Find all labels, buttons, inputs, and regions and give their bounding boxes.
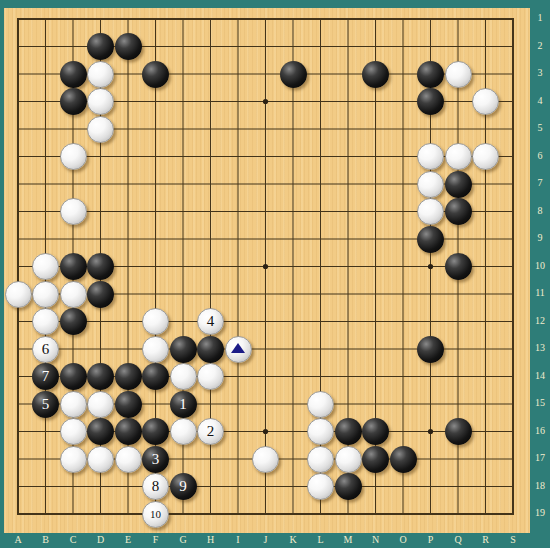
intersection[interactable] (279, 60, 307, 88)
intersection[interactable]: 5 (32, 390, 60, 418)
intersection[interactable] (499, 5, 527, 33)
intersection[interactable] (417, 5, 445, 33)
intersection[interactable] (87, 225, 115, 253)
intersection[interactable] (472, 253, 500, 281)
intersection[interactable] (362, 225, 390, 253)
intersection[interactable]: 10 (142, 500, 170, 528)
stone-black[interactable] (197, 336, 224, 363)
intersection[interactable] (472, 280, 500, 308)
intersection[interactable] (279, 198, 307, 226)
intersection[interactable] (499, 280, 527, 308)
intersection[interactable] (472, 60, 500, 88)
intersection[interactable] (224, 473, 252, 501)
stone-white[interactable] (307, 473, 334, 500)
intersection[interactable] (417, 363, 445, 391)
stone-black[interactable] (115, 33, 142, 60)
stone-black[interactable] (142, 363, 169, 390)
intersection[interactable] (472, 5, 500, 33)
intersection[interactable] (197, 390, 225, 418)
intersection[interactable] (197, 170, 225, 198)
intersection[interactable] (334, 253, 362, 281)
intersection[interactable] (252, 5, 280, 33)
intersection[interactable] (389, 363, 417, 391)
intersection[interactable] (307, 198, 335, 226)
intersection[interactable] (444, 88, 472, 116)
intersection[interactable] (224, 445, 252, 473)
intersection[interactable] (307, 500, 335, 528)
stone-black[interactable] (87, 281, 114, 308)
stone-black[interactable] (87, 418, 114, 445)
intersection[interactable] (307, 60, 335, 88)
intersection[interactable] (417, 60, 445, 88)
intersection[interactable] (142, 88, 170, 116)
intersection[interactable]: 4 (197, 308, 225, 336)
intersection[interactable] (334, 418, 362, 446)
intersection[interactable] (472, 33, 500, 61)
intersection[interactable] (224, 5, 252, 33)
intersection[interactable] (32, 445, 60, 473)
stone-white[interactable] (60, 418, 87, 445)
intersection[interactable] (169, 445, 197, 473)
stone-white[interactable] (225, 336, 252, 363)
intersection[interactable] (499, 88, 527, 116)
stone-black[interactable] (335, 473, 362, 500)
stone-black[interactable] (362, 446, 389, 473)
intersection[interactable] (389, 473, 417, 501)
intersection[interactable] (417, 33, 445, 61)
intersection[interactable] (417, 280, 445, 308)
intersection[interactable] (4, 143, 32, 171)
intersection[interactable] (169, 335, 197, 363)
intersection[interactable] (32, 198, 60, 226)
intersection[interactable] (499, 473, 527, 501)
stone-white[interactable] (32, 281, 59, 308)
intersection[interactable] (32, 253, 60, 281)
stone-black[interactable] (445, 418, 472, 445)
intersection[interactable] (59, 170, 87, 198)
intersection[interactable] (472, 88, 500, 116)
intersection[interactable] (4, 280, 32, 308)
stone-white[interactable] (142, 336, 169, 363)
intersection[interactable] (197, 473, 225, 501)
intersection[interactable] (444, 170, 472, 198)
intersection[interactable] (334, 225, 362, 253)
intersection[interactable] (4, 115, 32, 143)
intersection[interactable] (114, 308, 142, 336)
intersection[interactable] (32, 500, 60, 528)
stone-white[interactable] (87, 446, 114, 473)
intersection[interactable] (279, 33, 307, 61)
stone-black[interactable] (362, 418, 389, 445)
intersection[interactable] (87, 500, 115, 528)
intersection[interactable] (59, 88, 87, 116)
intersection[interactable] (389, 33, 417, 61)
stone-white[interactable] (445, 61, 472, 88)
intersection[interactable] (334, 143, 362, 171)
stone-white[interactable] (87, 88, 114, 115)
intersection[interactable] (252, 308, 280, 336)
intersection[interactable] (59, 390, 87, 418)
stone-white[interactable]: 10 (142, 501, 169, 528)
intersection[interactable] (59, 363, 87, 391)
intersection[interactable] (142, 225, 170, 253)
intersection[interactable] (499, 253, 527, 281)
stone-white[interactable] (417, 171, 444, 198)
intersection[interactable] (389, 143, 417, 171)
intersection[interactable] (417, 88, 445, 116)
intersection[interactable] (197, 225, 225, 253)
stone-black[interactable] (115, 391, 142, 418)
intersection[interactable] (252, 473, 280, 501)
intersection[interactable] (59, 253, 87, 281)
intersection[interactable] (279, 170, 307, 198)
stone-black[interactable] (142, 418, 169, 445)
intersection[interactable] (417, 115, 445, 143)
intersection[interactable] (142, 198, 170, 226)
intersection[interactable] (114, 5, 142, 33)
stone-black[interactable] (417, 226, 444, 253)
intersection[interactable] (252, 445, 280, 473)
intersection[interactable] (334, 363, 362, 391)
intersection[interactable] (197, 143, 225, 171)
stone-black[interactable]: 9 (170, 473, 197, 500)
intersection[interactable] (4, 363, 32, 391)
intersection[interactable] (169, 500, 197, 528)
intersection[interactable] (279, 280, 307, 308)
intersection[interactable] (4, 418, 32, 446)
intersection[interactable] (444, 280, 472, 308)
intersection[interactable] (142, 335, 170, 363)
intersection[interactable] (499, 363, 527, 391)
stone-white[interactable] (87, 61, 114, 88)
intersection[interactable] (142, 5, 170, 33)
stone-white[interactable] (472, 143, 499, 170)
intersection[interactable] (472, 390, 500, 418)
intersection[interactable] (224, 335, 252, 363)
intersection[interactable] (472, 335, 500, 363)
stone-black[interactable] (87, 253, 114, 280)
intersection[interactable] (252, 253, 280, 281)
intersection[interactable] (444, 335, 472, 363)
intersection[interactable] (279, 5, 307, 33)
intersection[interactable] (4, 170, 32, 198)
intersection[interactable] (59, 308, 87, 336)
stone-black[interactable] (445, 198, 472, 225)
intersection[interactable] (362, 390, 390, 418)
stone-black[interactable] (115, 363, 142, 390)
intersection[interactable]: 9 (169, 473, 197, 501)
intersection[interactable] (169, 170, 197, 198)
stone-black[interactable] (60, 88, 87, 115)
stone-white[interactable] (5, 281, 32, 308)
intersection[interactable] (252, 198, 280, 226)
intersection[interactable] (87, 170, 115, 198)
intersection[interactable] (307, 115, 335, 143)
intersection[interactable] (32, 280, 60, 308)
intersection[interactable] (499, 445, 527, 473)
intersection[interactable] (114, 335, 142, 363)
intersection[interactable] (32, 88, 60, 116)
stone-black[interactable] (417, 336, 444, 363)
intersection[interactable] (59, 198, 87, 226)
intersection[interactable] (4, 390, 32, 418)
stone-black[interactable] (390, 446, 417, 473)
intersection[interactable] (334, 280, 362, 308)
intersection[interactable] (334, 60, 362, 88)
intersection[interactable]: 1 (169, 390, 197, 418)
intersection[interactable] (417, 500, 445, 528)
intersection[interactable]: 3 (142, 445, 170, 473)
intersection[interactable] (307, 390, 335, 418)
intersection[interactable] (472, 473, 500, 501)
stone-black[interactable] (60, 308, 87, 335)
intersection[interactable] (472, 198, 500, 226)
intersection[interactable] (362, 418, 390, 446)
intersection[interactable] (307, 88, 335, 116)
intersection[interactable] (362, 280, 390, 308)
intersection[interactable] (87, 363, 115, 391)
intersection[interactable] (252, 88, 280, 116)
intersection[interactable] (224, 363, 252, 391)
intersection[interactable] (417, 225, 445, 253)
intersection[interactable] (87, 60, 115, 88)
intersection[interactable] (417, 335, 445, 363)
intersection[interactable] (279, 88, 307, 116)
stone-black[interactable] (362, 61, 389, 88)
intersection[interactable] (224, 500, 252, 528)
intersection[interactable] (307, 5, 335, 33)
intersection[interactable] (362, 143, 390, 171)
stone-white[interactable] (60, 143, 87, 170)
intersection[interactable] (389, 418, 417, 446)
intersection[interactable] (252, 390, 280, 418)
intersection[interactable] (362, 308, 390, 336)
stone-black[interactable] (115, 418, 142, 445)
intersection[interactable] (279, 390, 307, 418)
intersection[interactable] (169, 418, 197, 446)
intersection[interactable] (114, 115, 142, 143)
stone-white[interactable] (335, 446, 362, 473)
intersection[interactable] (307, 363, 335, 391)
stone-white[interactable] (142, 308, 169, 335)
intersection[interactable] (279, 115, 307, 143)
intersection[interactable] (499, 225, 527, 253)
stone-white[interactable] (307, 418, 334, 445)
stone-white[interactable] (32, 308, 59, 335)
stone-white[interactable] (115, 446, 142, 473)
intersection[interactable] (87, 253, 115, 281)
intersection[interactable] (32, 143, 60, 171)
stone-black[interactable]: 7 (32, 363, 59, 390)
intersection[interactable] (169, 253, 197, 281)
intersection[interactable] (252, 115, 280, 143)
intersection[interactable] (389, 198, 417, 226)
intersection[interactable] (59, 500, 87, 528)
intersection[interactable] (114, 60, 142, 88)
intersection[interactable] (252, 60, 280, 88)
intersection[interactable] (59, 225, 87, 253)
stone-white[interactable] (307, 391, 334, 418)
intersection[interactable] (169, 88, 197, 116)
stone-white[interactable] (417, 143, 444, 170)
intersection[interactable] (114, 143, 142, 171)
intersection[interactable] (169, 308, 197, 336)
intersection[interactable] (389, 5, 417, 33)
intersection[interactable] (197, 280, 225, 308)
intersection[interactable] (32, 115, 60, 143)
intersection[interactable] (334, 445, 362, 473)
intersection[interactable] (59, 143, 87, 171)
intersection[interactable] (4, 88, 32, 116)
intersection[interactable] (114, 33, 142, 61)
intersection[interactable] (334, 390, 362, 418)
intersection[interactable] (87, 418, 115, 446)
stone-white[interactable] (170, 363, 197, 390)
intersection[interactable] (224, 390, 252, 418)
intersection[interactable] (114, 170, 142, 198)
intersection[interactable] (114, 363, 142, 391)
stone-black[interactable] (142, 61, 169, 88)
stone-white[interactable] (60, 281, 87, 308)
intersection[interactable] (279, 363, 307, 391)
intersection[interactable] (444, 445, 472, 473)
intersection[interactable] (4, 60, 32, 88)
intersection[interactable] (362, 88, 390, 116)
intersection[interactable] (307, 418, 335, 446)
intersection[interactable] (224, 418, 252, 446)
intersection[interactable] (307, 143, 335, 171)
intersection[interactable] (279, 500, 307, 528)
intersection[interactable] (169, 33, 197, 61)
intersection[interactable] (499, 170, 527, 198)
intersection[interactable] (169, 280, 197, 308)
intersection[interactable] (224, 280, 252, 308)
intersection[interactable] (279, 335, 307, 363)
intersection[interactable] (114, 418, 142, 446)
intersection[interactable] (417, 253, 445, 281)
intersection[interactable] (169, 198, 197, 226)
intersection[interactable] (4, 500, 32, 528)
stone-black[interactable] (170, 336, 197, 363)
stone-black[interactable] (417, 88, 444, 115)
intersection[interactable] (197, 33, 225, 61)
intersection[interactable] (142, 143, 170, 171)
intersection[interactable] (114, 225, 142, 253)
intersection[interactable] (389, 88, 417, 116)
intersection[interactable] (499, 390, 527, 418)
intersection[interactable] (279, 308, 307, 336)
intersection[interactable] (252, 363, 280, 391)
intersection[interactable] (114, 390, 142, 418)
intersection[interactable] (362, 115, 390, 143)
intersection[interactable] (224, 225, 252, 253)
stone-white[interactable]: 8 (142, 473, 169, 500)
intersection[interactable] (4, 198, 32, 226)
intersection[interactable] (32, 473, 60, 501)
intersection[interactable] (4, 5, 32, 33)
intersection[interactable] (334, 473, 362, 501)
intersection[interactable] (334, 500, 362, 528)
intersection[interactable] (4, 473, 32, 501)
intersection[interactable] (417, 198, 445, 226)
intersection[interactable] (197, 60, 225, 88)
intersection[interactable] (307, 253, 335, 281)
intersection[interactable] (417, 143, 445, 171)
stone-black[interactable] (60, 363, 87, 390)
intersection[interactable] (142, 33, 170, 61)
intersection[interactable] (59, 280, 87, 308)
intersection[interactable] (389, 170, 417, 198)
intersection[interactable] (59, 445, 87, 473)
stone-black[interactable] (87, 363, 114, 390)
intersection[interactable] (389, 500, 417, 528)
intersection[interactable] (362, 198, 390, 226)
intersection[interactable] (362, 170, 390, 198)
intersection[interactable] (197, 445, 225, 473)
intersection[interactable] (472, 115, 500, 143)
intersection[interactable] (444, 418, 472, 446)
intersection[interactable] (59, 33, 87, 61)
intersection[interactable] (389, 225, 417, 253)
intersection[interactable] (197, 115, 225, 143)
intersection[interactable] (279, 225, 307, 253)
intersection[interactable]: 6 (32, 335, 60, 363)
intersection[interactable] (114, 253, 142, 281)
intersection[interactable] (444, 253, 472, 281)
stone-black[interactable] (335, 418, 362, 445)
intersection[interactable] (59, 335, 87, 363)
intersection[interactable] (224, 198, 252, 226)
intersection[interactable] (4, 308, 32, 336)
intersection[interactable] (87, 308, 115, 336)
intersection[interactable] (362, 445, 390, 473)
intersection[interactable] (362, 33, 390, 61)
intersection[interactable] (499, 418, 527, 446)
intersection[interactable] (307, 280, 335, 308)
intersection[interactable] (59, 418, 87, 446)
stone-white[interactable]: 4 (197, 308, 224, 335)
intersection[interactable] (197, 335, 225, 363)
intersection[interactable] (252, 500, 280, 528)
intersection[interactable] (307, 33, 335, 61)
intersection[interactable] (417, 445, 445, 473)
intersection[interactable] (32, 33, 60, 61)
stone-white[interactable]: 6 (32, 336, 59, 363)
intersection[interactable] (224, 170, 252, 198)
stone-black[interactable] (280, 61, 307, 88)
intersection[interactable] (307, 308, 335, 336)
intersection[interactable] (334, 33, 362, 61)
intersection[interactable] (279, 143, 307, 171)
intersection[interactable] (32, 5, 60, 33)
intersection[interactable] (87, 473, 115, 501)
stone-white[interactable] (32, 253, 59, 280)
intersection[interactable] (499, 335, 527, 363)
intersection[interactable] (87, 5, 115, 33)
intersection[interactable] (87, 390, 115, 418)
intersection[interactable] (252, 143, 280, 171)
intersection[interactable] (362, 335, 390, 363)
intersection[interactable] (389, 280, 417, 308)
intersection[interactable] (444, 198, 472, 226)
intersection[interactable] (224, 253, 252, 281)
stone-black[interactable] (60, 61, 87, 88)
intersection[interactable] (389, 115, 417, 143)
stone-white[interactable] (60, 198, 87, 225)
intersection[interactable] (4, 335, 32, 363)
intersection[interactable] (142, 253, 170, 281)
intersection[interactable] (362, 363, 390, 391)
